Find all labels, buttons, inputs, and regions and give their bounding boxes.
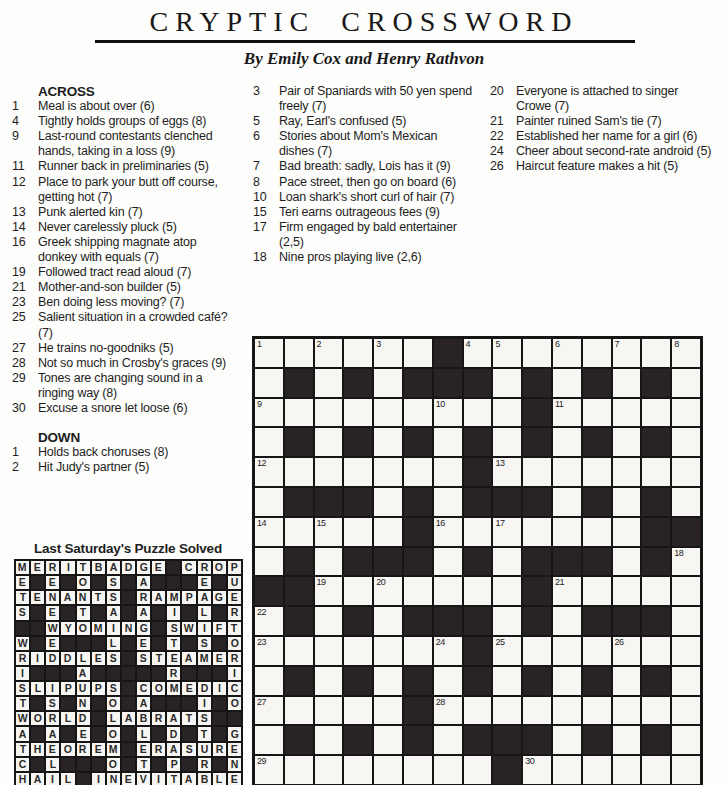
solved-cell: L	[136, 726, 151, 741]
puzzle-cell[interactable]: 24	[433, 636, 463, 666]
puzzle-cell[interactable]: 28	[433, 696, 463, 726]
puzzle-cell[interactable]	[582, 755, 612, 785]
puzzle-cell[interactable]: 30	[522, 755, 552, 785]
puzzle-cell[interactable]	[641, 576, 671, 606]
clue-text: Stories about Mom's Mexican dishes (7)	[279, 129, 475, 159]
puzzle-cell[interactable]: 20	[373, 576, 403, 606]
puzzle-cell[interactable]	[522, 457, 552, 487]
puzzle-cell[interactable]	[612, 368, 642, 398]
puzzle-cell[interactable]	[612, 457, 642, 487]
black-cell	[45, 666, 60, 681]
solved-cell: M	[166, 590, 181, 605]
puzzle-cell[interactable]	[254, 427, 284, 457]
puzzle-cell[interactable]: 1	[254, 338, 284, 368]
puzzle-cell[interactable]	[671, 725, 701, 755]
puzzle-cell[interactable]	[582, 517, 612, 547]
puzzle-cell[interactable]	[522, 338, 552, 368]
solved-cell: P	[60, 681, 75, 696]
puzzle-cell[interactable]	[582, 636, 612, 666]
puzzle-cell[interactable]	[373, 457, 403, 487]
puzzle-cell[interactable]	[254, 487, 284, 517]
black-cell	[463, 547, 493, 577]
puzzle-cell[interactable]	[492, 427, 522, 457]
puzzle-cell[interactable]	[522, 517, 552, 547]
black-cell	[121, 605, 136, 620]
puzzle-cell[interactable]	[343, 755, 373, 785]
solved-cell: L	[106, 711, 121, 726]
black-cell	[284, 368, 314, 398]
puzzle-cell[interactable]	[343, 696, 373, 726]
puzzle-cell[interactable]	[403, 457, 433, 487]
solved-cell: O	[227, 696, 242, 711]
clue-number: 8	[253, 175, 279, 190]
solved-cell: L	[197, 605, 212, 620]
solved-cell: O	[227, 636, 242, 651]
solved-letter: T	[80, 562, 86, 573]
puzzle-cell[interactable]	[433, 457, 463, 487]
solved-letter: E	[140, 744, 147, 755]
puzzle-cell[interactable]: 13	[492, 457, 522, 487]
black-cell	[121, 575, 136, 590]
solved-letter: E	[201, 577, 208, 588]
puzzle-cell[interactable]	[671, 666, 701, 696]
clue-text: Haircut feature makes a hit (5)	[516, 159, 712, 174]
puzzle-cell[interactable]: 11	[552, 398, 582, 428]
solved-letter: O	[230, 638, 238, 649]
solved-letter: E	[49, 638, 56, 649]
puzzle-cell[interactable]	[612, 547, 642, 577]
clue-text: Punk alerted kin (7)	[38, 205, 234, 220]
puzzle-cell[interactable]	[284, 338, 314, 368]
solved-letter: T	[19, 698, 25, 709]
black-cell	[76, 757, 91, 772]
puzzle-cell[interactable]	[314, 666, 344, 696]
puzzle-cell[interactable]	[492, 666, 522, 696]
solved-cell: S	[181, 742, 196, 757]
solved-cell: A	[136, 605, 151, 620]
puzzle-cell[interactable]: 21	[552, 576, 582, 606]
puzzle-cell[interactable]	[403, 338, 433, 368]
solved-letter: A	[185, 774, 193, 785]
puzzle-cell[interactable]	[671, 487, 701, 517]
puzzle-cell[interactable]: 18	[671, 547, 701, 577]
black-cell	[91, 711, 106, 726]
puzzle-cell[interactable]	[612, 576, 642, 606]
solved-letter: R	[231, 607, 239, 618]
puzzle-cell[interactable]: 3	[373, 338, 403, 368]
solved-letter: I	[51, 774, 54, 785]
puzzle-cell[interactable]	[492, 368, 522, 398]
puzzle-cell[interactable]	[463, 398, 493, 428]
black-cell	[121, 666, 136, 681]
solved-letter: E	[231, 592, 238, 603]
puzzle-cell[interactable]	[373, 487, 403, 517]
puzzle-cell[interactable]	[641, 338, 671, 368]
solved-letter: O	[109, 698, 117, 709]
solved-puzzle-heading: Last Saturday's Puzzle Solved	[14, 541, 242, 556]
puzzle-cell[interactable]	[492, 547, 522, 577]
black-cell	[121, 742, 136, 757]
solved-cell: S	[106, 651, 121, 666]
puzzle-cell[interactable]	[314, 398, 344, 428]
puzzle-cell[interactable]	[433, 666, 463, 696]
clue-column-2: 3Pair of Spaniards with 50 yen spend fre…	[253, 84, 485, 265]
puzzle-cell[interactable]	[284, 457, 314, 487]
puzzle-cell[interactable]	[671, 606, 701, 636]
puzzle-cell[interactable]	[373, 606, 403, 636]
cell-number: 26	[615, 637, 624, 647]
solved-cell: T	[166, 772, 181, 785]
cell-number: 7	[615, 339, 620, 349]
clue-number: 11	[12, 159, 38, 174]
puzzle-cell[interactable]	[373, 696, 403, 726]
puzzle-cell[interactable]	[314, 696, 344, 726]
black-cell	[522, 427, 552, 457]
black-cell	[343, 666, 373, 696]
solved-cell: L	[30, 681, 45, 696]
puzzle-cell[interactable]	[373, 368, 403, 398]
puzzle-cell[interactable]	[552, 487, 582, 517]
solved-letter: S	[186, 744, 193, 755]
solved-letter: R	[200, 562, 208, 573]
solved-cell: N	[121, 621, 136, 636]
puzzle-cell[interactable]	[492, 696, 522, 726]
solved-letter: E	[216, 653, 223, 664]
black-cell	[612, 606, 642, 636]
black-cell	[492, 725, 522, 755]
black-cell	[641, 725, 671, 755]
black-cell	[522, 606, 552, 636]
clue-text: Not so much in Crosby's graces (9)	[38, 356, 234, 371]
clue-section: DOWN1Holds back choruses (8)2Hit Judy's …	[12, 430, 245, 475]
solved-letter: E	[155, 562, 162, 573]
solved-letter: L	[216, 774, 222, 785]
black-cell	[227, 711, 242, 726]
puzzle-cell[interactable]	[492, 606, 522, 636]
puzzle-cell[interactable]	[373, 666, 403, 696]
solved-cell: R	[227, 605, 242, 620]
puzzle-cell[interactable]	[314, 606, 344, 636]
puzzle-cell[interactable]	[254, 368, 284, 398]
black-cell	[181, 575, 196, 590]
puzzle-cell[interactable]	[641, 696, 671, 726]
puzzle-cell[interactable]	[314, 755, 344, 785]
black-cell	[433, 368, 463, 398]
puzzle-cell[interactable]	[641, 398, 671, 428]
solved-letter: M	[200, 653, 209, 664]
solved-cell: S	[197, 636, 212, 651]
clue: 20Everyone is attached to singer Crowe (…	[490, 84, 722, 114]
black-cell	[492, 755, 522, 785]
solved-cell: S	[106, 575, 121, 590]
puzzle-cell[interactable]: 12	[254, 457, 284, 487]
puzzle-cell[interactable]: 6	[552, 338, 582, 368]
puzzle-cell[interactable]	[373, 427, 403, 457]
puzzle-cell[interactable]	[433, 576, 463, 606]
solved-letter: A	[185, 653, 193, 664]
puzzle-cell[interactable]	[433, 547, 463, 577]
puzzle-cell[interactable]	[433, 427, 463, 457]
puzzle-cell[interactable]: 5	[492, 338, 522, 368]
solved-letter: P	[95, 683, 102, 694]
puzzle-cell[interactable]	[433, 725, 463, 755]
black-cell	[284, 606, 314, 636]
solved-cell: D	[121, 560, 136, 575]
puzzle-cell[interactable]	[343, 576, 373, 606]
puzzle-cell[interactable]	[254, 547, 284, 577]
puzzle-cell[interactable]	[552, 636, 582, 666]
puzzle-cell[interactable]	[612, 696, 642, 726]
black-cell	[30, 666, 45, 681]
puzzle-cell[interactable]	[612, 398, 642, 428]
puzzle-cell[interactable]	[433, 755, 463, 785]
puzzle-cell[interactable]	[254, 725, 284, 755]
puzzle-cell[interactable]	[284, 398, 314, 428]
puzzle-cell[interactable]	[284, 696, 314, 726]
puzzle-cell[interactable]	[314, 547, 344, 577]
puzzle-cell[interactable]: 9	[254, 398, 284, 428]
puzzle-cell[interactable]: 2	[314, 338, 344, 368]
solved-cell: R	[197, 560, 212, 575]
puzzle-cell[interactable]	[612, 517, 642, 547]
cell-number: 10	[436, 399, 445, 409]
puzzle-cell[interactable]	[552, 457, 582, 487]
solved-letter: C	[140, 683, 148, 694]
puzzle-cell[interactable]	[671, 576, 701, 606]
solved-letter: R	[79, 744, 87, 755]
clue: 1Holds back choruses (8)	[12, 445, 245, 460]
cell-number: 9	[257, 399, 262, 409]
solved-letter: M	[94, 623, 103, 634]
puzzle-cell[interactable]	[641, 755, 671, 785]
solved-letter: D	[79, 713, 87, 724]
puzzle-cell[interactable]	[254, 666, 284, 696]
puzzle-cell[interactable]: 19	[314, 576, 344, 606]
puzzle-cell[interactable]: 15	[314, 517, 344, 547]
clue: 23Ben doing less moving? (7)	[12, 295, 245, 310]
puzzle-cell[interactable]: 16	[433, 517, 463, 547]
solved-cell: I	[197, 696, 212, 711]
clue-text: Excuse a snore let loose (6)	[38, 401, 234, 416]
black-cell	[284, 487, 314, 517]
puzzle-cell[interactable]: 26	[612, 636, 642, 666]
puzzle-cell[interactable]: 8	[671, 338, 701, 368]
black-cell	[181, 726, 196, 741]
puzzle-cell[interactable]: 17	[492, 517, 522, 547]
puzzle-cell[interactable]	[403, 636, 433, 666]
puzzle-cell[interactable]	[522, 636, 552, 666]
black-cell	[254, 576, 284, 606]
solved-letter: A	[140, 607, 148, 618]
puzzle-cell[interactable]: 22	[254, 606, 284, 636]
solved-cell: E	[30, 560, 45, 575]
puzzle-cell[interactable]	[612, 755, 642, 785]
black-cell	[284, 576, 314, 606]
solved-letter: R	[49, 713, 57, 724]
puzzle-cell[interactable]	[552, 606, 582, 636]
solved-letter: T	[186, 713, 192, 724]
solved-cell: E	[197, 575, 212, 590]
black-cell	[30, 726, 45, 741]
solved-cell: F	[212, 621, 227, 636]
solved-letter: E	[95, 744, 102, 755]
puzzle-cell[interactable]	[343, 457, 373, 487]
puzzle-cell[interactable]	[552, 696, 582, 726]
puzzle-cell[interactable]: 4	[463, 338, 493, 368]
puzzle-cell[interactable]	[373, 755, 403, 785]
puzzle-cell[interactable]	[671, 696, 701, 726]
puzzle-cell[interactable]	[314, 725, 344, 755]
puzzle-cell[interactable]	[463, 576, 493, 606]
solved-cell: A	[15, 726, 30, 741]
solved-letter: I	[21, 668, 24, 679]
puzzle-cell[interactable]	[582, 457, 612, 487]
cell-number: 15	[317, 518, 326, 528]
puzzle-cell[interactable]	[671, 368, 701, 398]
puzzle-cell[interactable]	[463, 755, 493, 785]
black-cell	[582, 725, 612, 755]
solved-letter: R	[19, 653, 27, 664]
puzzle-cell[interactable]	[671, 398, 701, 428]
puzzle-cell[interactable]	[612, 666, 642, 696]
puzzle-cell[interactable]	[343, 636, 373, 666]
black-cell	[30, 621, 45, 636]
black-cell	[433, 606, 463, 636]
black-cell	[30, 757, 45, 772]
puzzle-cell[interactable]: 10	[433, 398, 463, 428]
solved-cell: E	[212, 651, 227, 666]
puzzle-cell[interactable]	[343, 338, 373, 368]
puzzle-cell[interactable]	[373, 725, 403, 755]
puzzle-cell[interactable]: 14	[254, 517, 284, 547]
puzzle-cell[interactable]	[582, 576, 612, 606]
puzzle-cell[interactable]	[314, 427, 344, 457]
solved-letter: T	[95, 592, 101, 603]
puzzle-cell[interactable]	[582, 398, 612, 428]
puzzle-cell[interactable]	[552, 517, 582, 547]
puzzle-cell[interactable]	[463, 696, 493, 726]
puzzle-cell[interactable]	[612, 427, 642, 457]
solved-cell: D	[45, 651, 60, 666]
black-cell	[403, 696, 433, 726]
black-cell	[181, 636, 196, 651]
solved-letter: S	[19, 683, 26, 694]
puzzle-cell[interactable]	[612, 725, 642, 755]
puzzle-cell[interactable]	[552, 755, 582, 785]
puzzle-cell[interactable]: 25	[492, 636, 522, 666]
solved-letter: L	[80, 653, 86, 664]
puzzle-cell[interactable]	[373, 398, 403, 428]
solved-letter: T	[231, 623, 237, 634]
puzzle-cell[interactable]	[403, 755, 433, 785]
puzzle-cell[interactable]	[671, 457, 701, 487]
black-cell	[30, 605, 45, 620]
solved-letter: E	[231, 774, 238, 785]
clue: 3Pair of Spaniards with 50 yen spend fre…	[253, 84, 485, 114]
solved-letter: W	[18, 638, 28, 649]
solved-letter: E	[95, 653, 102, 664]
solved-letter: A	[110, 562, 118, 573]
black-cell	[284, 547, 314, 577]
solved-cell: O	[76, 575, 91, 590]
puzzle-cell[interactable]	[284, 636, 314, 666]
clue-text: Loan shark's short curl of hair (7)	[279, 190, 475, 205]
solved-cell: U	[227, 575, 242, 590]
black-cell	[552, 547, 582, 577]
solved-letter: A	[19, 729, 27, 740]
puzzle-cell[interactable]	[552, 725, 582, 755]
black-cell	[582, 368, 612, 398]
puzzle-cell[interactable]	[314, 457, 344, 487]
puzzle-cell[interactable]	[463, 517, 493, 547]
solved-letter: R	[170, 668, 178, 679]
puzzle-cell[interactable]	[671, 427, 701, 457]
puzzle-cell[interactable]	[403, 398, 433, 428]
solved-cell: B	[136, 711, 151, 726]
puzzle-cell[interactable]: 29	[254, 755, 284, 785]
black-cell	[166, 696, 181, 711]
solved-cell: P	[227, 560, 242, 575]
puzzle-cell[interactable]	[582, 696, 612, 726]
clue-number: 25	[12, 310, 38, 325]
puzzle-cell[interactable]	[552, 666, 582, 696]
puzzle-cell[interactable]	[522, 696, 552, 726]
black-cell	[106, 666, 121, 681]
puzzle-cell[interactable]	[492, 576, 522, 606]
puzzle-cell[interactable]: 27	[254, 696, 284, 726]
solved-cell: A	[166, 742, 181, 757]
puzzle-cell[interactable]	[284, 517, 314, 547]
puzzle-cell[interactable]	[343, 398, 373, 428]
puzzle-cell[interactable]	[582, 338, 612, 368]
puzzle-cell[interactable]	[671, 755, 701, 785]
puzzle-cell[interactable]	[641, 457, 671, 487]
puzzle-cell[interactable]	[403, 576, 433, 606]
puzzle-cell[interactable]	[284, 755, 314, 785]
solved-letter: A	[64, 592, 72, 603]
puzzle-cell[interactable]	[343, 517, 373, 547]
clue-number: 3	[253, 84, 279, 99]
puzzle-cell[interactable]	[552, 368, 582, 398]
black-cell	[151, 696, 166, 711]
solved-letter: N	[231, 759, 239, 770]
solved-cell: W	[15, 711, 30, 726]
puzzle-cell[interactable]	[492, 398, 522, 428]
puzzle-cell[interactable]	[671, 636, 701, 666]
solved-cell: S	[197, 711, 212, 726]
puzzle-cell[interactable]	[612, 487, 642, 517]
puzzle-cell[interactable]	[641, 636, 671, 666]
puzzle-cell[interactable]	[314, 368, 344, 398]
solved-letter: O	[79, 623, 87, 634]
puzzle-cell[interactable]	[314, 636, 344, 666]
cell-number: 18	[674, 548, 683, 558]
byline: By Emily Cox and Henry Rathvon	[0, 49, 728, 69]
black-cell	[403, 666, 433, 696]
clue: 21Painter ruined Sam's tie (7)	[490, 114, 722, 129]
puzzle-cell[interactable]	[433, 487, 463, 517]
puzzle-cell[interactable]: 7	[612, 338, 642, 368]
puzzle-cell[interactable]	[373, 636, 403, 666]
solved-letter: N	[79, 698, 87, 709]
solved-cell: T	[197, 726, 212, 741]
solved-letter: L	[110, 713, 116, 724]
solved-cell: R	[45, 560, 60, 575]
puzzle-cell[interactable]: 23	[254, 636, 284, 666]
black-cell	[121, 696, 136, 711]
puzzle-cell[interactable]	[373, 517, 403, 547]
puzzle-cell[interactable]	[552, 427, 582, 457]
